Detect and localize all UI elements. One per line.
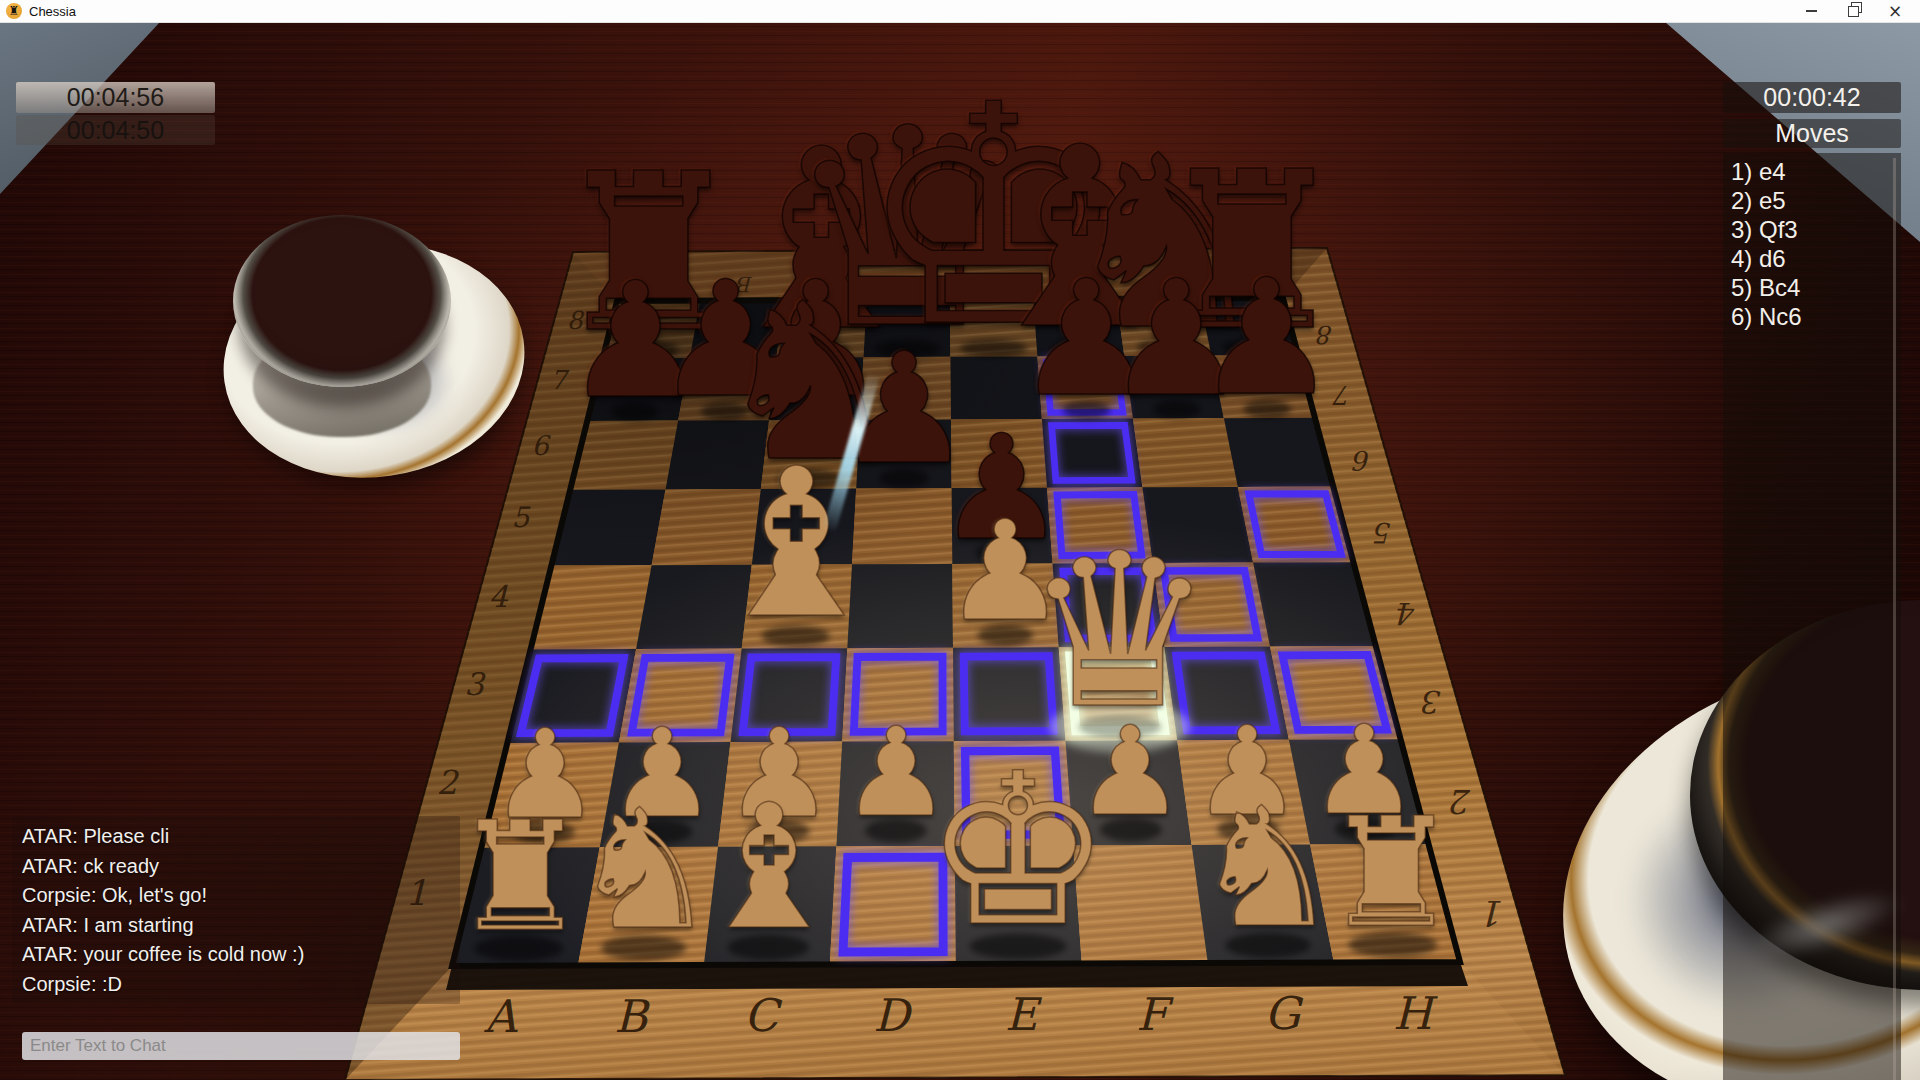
board-label: H: [1393, 987, 1438, 1040]
clock-white-remaining: 00:04:50: [16, 115, 215, 145]
piece-white-rook-h1[interactable]: ♜: [1323, 798, 1458, 949]
chat-message: ATAR: ck ready: [22, 852, 460, 882]
piece-white-bishop-c4[interactable]: ♝: [704, 442, 888, 647]
chat-message: ATAR: I am starting: [22, 911, 460, 941]
title-bar: ♜ Chessia ×: [0, 0, 1920, 23]
move-entry: 2) e5: [1723, 186, 1901, 215]
board-label: 3: [464, 666, 486, 702]
board-label: B: [614, 990, 650, 1043]
chat-message: Corpsie: Ok, let's go!: [22, 881, 460, 911]
board-label: E: [1005, 988, 1043, 1041]
chat-message: ATAR: Please cli: [22, 822, 460, 852]
board-label: D: [873, 989, 913, 1042]
restore-button[interactable]: [1836, 0, 1870, 22]
board-label: 6: [532, 430, 552, 461]
move-entry: 1) e4: [1723, 157, 1901, 186]
chat-message: Corpsie: :D: [22, 970, 460, 1000]
chat-input[interactable]: [22, 1032, 460, 1060]
board-label: 3: [1421, 684, 1443, 720]
piece-black-pawn-h7[interactable]: ♟: [1195, 258, 1338, 418]
piece-white-king-e1[interactable]: ♚: [924, 746, 1112, 956]
close-button[interactable]: ×: [1878, 0, 1912, 22]
piece-white-bishop-c1[interactable]: ♝: [692, 782, 846, 954]
moves-header: Moves: [1723, 119, 1901, 148]
moves-list: 1) e42) e53) Qf34) d65) Bc46) Nc6: [1723, 153, 1901, 1080]
board-label: 6: [1351, 445, 1371, 476]
piece-white-rook-a1[interactable]: ♜: [453, 802, 588, 953]
board-label: 1: [1483, 893, 1505, 933]
move-entry: 4) d6: [1723, 244, 1901, 273]
game-scene: AABBCCDDEEFFGGHH1122334455667788 ♜♝♛♚♝♞♜…: [0, 22, 1920, 1080]
moves-scrollbar[interactable]: [1893, 158, 1896, 1080]
move-entry: 6) Nc6: [1723, 302, 1901, 331]
minimize-button[interactable]: [1794, 0, 1828, 22]
piece-white-knight-g1[interactable]: ♞: [1193, 786, 1341, 951]
board-label: A: [483, 990, 518, 1043]
chat-message: ATAR: your coffee is cold now :): [22, 940, 460, 970]
board-label: C: [744, 989, 783, 1042]
board-label: 5: [1373, 516, 1393, 549]
app-title: Chessia: [29, 4, 76, 19]
board-label: 5: [511, 501, 531, 534]
board-label: G: [1264, 987, 1303, 1040]
board-label: 4: [1397, 596, 1417, 631]
app-rook-icon: ♜: [6, 3, 22, 19]
board-label: 4: [489, 579, 509, 614]
clock-move-timer: 00:00:42: [1723, 82, 1901, 113]
chat-message-list: ATAR: Please cliATAR: ck readyCorpsie: O…: [12, 816, 460, 1004]
clock-white-total: 00:04:56: [16, 82, 215, 113]
move-entry: 5) Bc4: [1723, 273, 1901, 302]
move-entry: 3) Qf3: [1723, 215, 1901, 244]
